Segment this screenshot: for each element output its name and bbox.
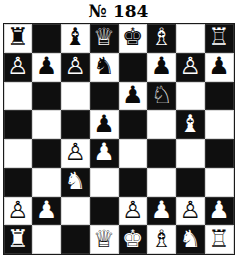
square-a3 (4, 168, 33, 197)
square-f3 (147, 168, 176, 197)
square-g6 (176, 82, 205, 111)
square-e8: ♚ (119, 24, 148, 53)
square-c5 (61, 110, 90, 139)
square-d2 (90, 197, 119, 226)
square-d6 (90, 82, 119, 111)
square-c2 (61, 197, 90, 226)
piece-white-knight: ♞ (180, 227, 202, 251)
square-c1 (61, 225, 90, 254)
square-g4 (176, 139, 205, 168)
piece-black-pawn: ♙ (65, 54, 87, 78)
square-e5 (119, 110, 148, 139)
square-b5 (32, 110, 61, 139)
piece-black-knight: ♞ (93, 54, 115, 78)
square-b2: ♟ (32, 197, 61, 226)
square-b4 (32, 139, 61, 168)
piece-white-pawn: ♙ (122, 198, 144, 222)
puzzle-number: № 184 (0, 0, 237, 23)
square-a8: ♜ (4, 24, 33, 53)
square-e2: ♙ (119, 197, 148, 226)
piece-white-pawn: ♟ (151, 198, 173, 222)
square-d1: ♕ (90, 225, 119, 254)
piece-black-knight: ♘ (151, 83, 173, 107)
square-g7: ♙ (176, 53, 205, 82)
square-a6 (4, 82, 33, 111)
square-e1: ♚ (119, 225, 148, 254)
piece-white-pawn: ♙ (180, 198, 202, 222)
square-h4 (205, 139, 234, 168)
square-f1: ♗ (147, 225, 176, 254)
piece-white-pawn: ♟ (36, 198, 58, 222)
square-b3 (32, 168, 61, 197)
piece-white-bishop: ♝ (180, 112, 202, 136)
square-f4 (147, 139, 176, 168)
square-a2: ♙ (4, 197, 33, 226)
square-c4: ♙ (61, 139, 90, 168)
square-c8: ♝ (61, 24, 90, 53)
square-d8: ♕ (90, 24, 119, 53)
square-f8: ♗ (147, 24, 176, 53)
square-g5: ♝ (176, 110, 205, 139)
square-h2: ♟ (205, 197, 234, 226)
square-c3: ♞ (61, 168, 90, 197)
chess-board: ♜♝♕♚♗♖♙♟♙♞♟♙♟♟♘♟♝♙♟♞♙♟♙♟♙♟♜♕♚♗♞♖ (3, 23, 235, 255)
square-h3 (205, 168, 234, 197)
piece-black-pawn: ♟ (208, 54, 230, 78)
piece-white-pawn: ♙ (7, 198, 29, 222)
square-b1 (32, 225, 61, 254)
square-d5: ♟ (90, 110, 119, 139)
square-b8 (32, 24, 61, 53)
square-g2: ♙ (176, 197, 205, 226)
square-h8: ♖ (205, 24, 234, 53)
piece-white-pawn: ♟ (93, 140, 115, 164)
piece-black-queen: ♕ (93, 25, 115, 49)
square-e7 (119, 53, 148, 82)
piece-black-rook: ♜ (7, 25, 29, 49)
piece-white-king: ♚ (122, 227, 144, 251)
square-d7: ♞ (90, 53, 119, 82)
piece-black-bishop: ♗ (151, 25, 173, 49)
piece-white-pawn: ♟ (208, 198, 230, 222)
square-g8 (176, 24, 205, 53)
piece-black-pawn: ♙ (180, 54, 202, 78)
piece-black-pawn: ♙ (7, 54, 29, 78)
piece-black-pawn: ♟ (122, 83, 144, 107)
square-f2: ♟ (147, 197, 176, 226)
square-f7: ♟ (147, 53, 176, 82)
piece-black-pawn: ♟ (151, 54, 173, 78)
square-h7: ♟ (205, 53, 234, 82)
square-e6: ♟ (119, 82, 148, 111)
square-c6 (61, 82, 90, 111)
piece-white-bishop: ♗ (151, 227, 173, 251)
piece-black-king: ♚ (122, 25, 144, 49)
square-f6: ♘ (147, 82, 176, 111)
piece-black-bishop: ♝ (65, 25, 87, 49)
square-d4: ♟ (90, 139, 119, 168)
square-a7: ♙ (4, 53, 33, 82)
piece-white-rook: ♖ (208, 227, 230, 251)
square-h6 (205, 82, 234, 111)
piece-black-rook: ♖ (208, 25, 230, 49)
piece-white-rook: ♜ (7, 227, 29, 251)
square-c7: ♙ (61, 53, 90, 82)
square-d3 (90, 168, 119, 197)
square-e3 (119, 168, 148, 197)
square-f5 (147, 110, 176, 139)
piece-white-pawn: ♙ (65, 140, 87, 164)
square-a1: ♜ (4, 225, 33, 254)
square-h1: ♖ (205, 225, 234, 254)
square-g3 (176, 168, 205, 197)
square-e4 (119, 139, 148, 168)
square-h5 (205, 110, 234, 139)
square-a5 (4, 110, 33, 139)
piece-black-pawn: ♟ (93, 112, 115, 136)
square-g1: ♞ (176, 225, 205, 254)
piece-black-pawn: ♟ (36, 54, 58, 78)
square-b7: ♟ (32, 53, 61, 82)
square-b6 (32, 82, 61, 111)
piece-white-queen: ♕ (93, 227, 115, 251)
square-a4 (4, 139, 33, 168)
page: № 184 ♜♝♕♚♗♖♙♟♙♞♟♙♟♟♘♟♝♙♟♞♙♟♙♟♙♟♜♕♚♗♞♖ (0, 0, 237, 261)
piece-white-knight: ♞ (65, 169, 87, 193)
